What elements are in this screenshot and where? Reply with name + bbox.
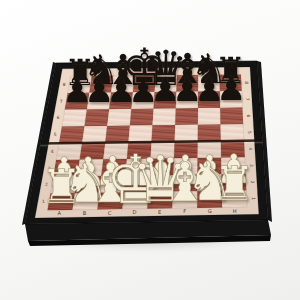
piece-white-rook-h1[interactable]: ♜ <box>213 160 255 207</box>
rank-label-right-6: 6 <box>246 114 251 117</box>
rank-label-left-6: 6 <box>57 115 60 120</box>
piece-black-pawn-h7[interactable]: ♟ <box>216 72 246 105</box>
rank-label-right-5: 5 <box>247 131 252 134</box>
rank-label-left-5: 5 <box>54 132 57 137</box>
chess-set-photo: AABBCCDDEEFFGGHH1122334455667788 ♜♞♝♚♛♝♞… <box>0 0 300 300</box>
